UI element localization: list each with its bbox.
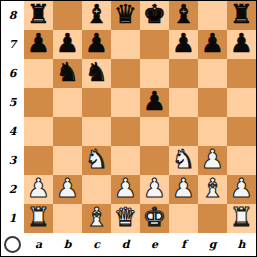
square-e3[interactable] [140, 146, 169, 175]
square-g6[interactable] [198, 59, 227, 88]
square-d7[interactable] [111, 30, 140, 59]
file-label-b: b [53, 233, 82, 256]
square-c5[interactable] [82, 88, 111, 117]
turn-indicator-cell [1, 233, 24, 256]
square-b6[interactable]: ♞ [53, 59, 82, 88]
square-g5[interactable] [198, 88, 227, 117]
square-g2[interactable]: ♝ [198, 175, 227, 204]
file-label-d: d [111, 233, 140, 256]
black-pawn-icon[interactable]: ♟ [56, 29, 79, 58]
square-g4[interactable] [198, 117, 227, 146]
white-to-move-circle-icon [4, 236, 21, 253]
white-rook-icon[interactable]: ♜ [230, 203, 253, 232]
black-pawn-icon[interactable]: ♟ [143, 87, 166, 116]
black-pawn-icon[interactable]: ♟ [27, 29, 50, 58]
file-label-f: f [169, 233, 198, 256]
file-label-c: c [82, 233, 111, 256]
square-a8[interactable]: ♜ [24, 1, 53, 30]
square-e5[interactable]: ♟ [140, 88, 169, 117]
file-label-h: h [227, 233, 256, 256]
black-pawn-icon[interactable]: ♟ [172, 29, 195, 58]
white-bishop-icon[interactable]: ♝ [85, 203, 108, 232]
chess-diagram: 8♜♝♛♚♝♜7♟♟♟♟♟♟6♞♞5♟43♞♞♟2♟♟♟♟♟♝♟1♜♝♛♚♜ab… [0, 0, 257, 257]
square-h3[interactable] [227, 146, 256, 175]
square-a4[interactable] [24, 117, 53, 146]
square-a2[interactable]: ♟ [24, 175, 53, 204]
white-pawn-icon[interactable]: ♟ [114, 174, 137, 203]
square-b2[interactable]: ♟ [53, 175, 82, 204]
square-g1[interactable] [198, 204, 227, 233]
white-knight-icon[interactable]: ♞ [172, 145, 195, 174]
black-knight-icon[interactable]: ♞ [56, 58, 79, 87]
square-f3[interactable]: ♞ [169, 146, 198, 175]
white-bishop-icon[interactable]: ♝ [201, 174, 224, 203]
square-a5[interactable] [24, 88, 53, 117]
square-f6[interactable] [169, 59, 198, 88]
square-c1[interactable]: ♝ [82, 204, 111, 233]
black-bishop-icon[interactable]: ♝ [85, 0, 108, 29]
file-label-e: e [140, 233, 169, 256]
square-h5[interactable] [227, 88, 256, 117]
white-pawn-icon[interactable]: ♟ [27, 174, 50, 203]
chess-board: 8♜♝♛♚♝♜7♟♟♟♟♟♟6♞♞5♟43♞♞♟2♟♟♟♟♟♝♟1♜♝♛♚♜ab… [1, 1, 256, 256]
rank-label-2: 2 [1, 175, 24, 204]
square-h1[interactable]: ♜ [227, 204, 256, 233]
square-c3[interactable]: ♞ [82, 146, 111, 175]
square-d4[interactable] [111, 117, 140, 146]
white-knight-icon[interactable]: ♞ [85, 145, 108, 174]
square-e7[interactable] [140, 30, 169, 59]
square-h4[interactable] [227, 117, 256, 146]
square-d2[interactable]: ♟ [111, 175, 140, 204]
square-b4[interactable] [53, 117, 82, 146]
square-e2[interactable]: ♟ [140, 175, 169, 204]
black-knight-icon[interactable]: ♞ [85, 58, 108, 87]
square-a3[interactable] [24, 146, 53, 175]
rank-label-8: 8 [1, 1, 24, 30]
rank-label-1: 1 [1, 204, 24, 233]
square-d3[interactable] [111, 146, 140, 175]
square-b8[interactable] [53, 1, 82, 30]
square-d1[interactable]: ♛ [111, 204, 140, 233]
square-f1[interactable] [169, 204, 198, 233]
square-e6[interactable] [140, 59, 169, 88]
square-h8[interactable]: ♜ [227, 1, 256, 30]
square-c7[interactable]: ♟ [82, 30, 111, 59]
square-b1[interactable] [53, 204, 82, 233]
rank-label-7: 7 [1, 30, 24, 59]
square-h7[interactable]: ♟ [227, 30, 256, 59]
square-c6[interactable]: ♞ [82, 59, 111, 88]
black-rook-icon[interactable]: ♜ [230, 0, 253, 29]
square-e1[interactable]: ♚ [140, 204, 169, 233]
square-g3[interactable]: ♟ [198, 146, 227, 175]
black-queen-icon[interactable]: ♛ [114, 0, 137, 29]
square-e8[interactable]: ♚ [140, 1, 169, 30]
file-label-g: g [198, 233, 227, 256]
white-queen-icon[interactable]: ♛ [114, 203, 137, 232]
white-pawn-icon[interactable]: ♟ [56, 174, 79, 203]
white-rook-icon[interactable]: ♜ [27, 203, 50, 232]
square-a1[interactable]: ♜ [24, 204, 53, 233]
black-pawn-icon[interactable]: ♟ [85, 29, 108, 58]
square-d6[interactable] [111, 59, 140, 88]
square-e4[interactable] [140, 117, 169, 146]
rank-label-3: 3 [1, 146, 24, 175]
square-b7[interactable]: ♟ [53, 30, 82, 59]
white-pawn-icon[interactable]: ♟ [172, 174, 195, 203]
white-pawn-icon[interactable]: ♟ [201, 145, 224, 174]
white-pawn-icon[interactable]: ♟ [230, 174, 253, 203]
rank-label-5: 5 [1, 88, 24, 117]
square-c8[interactable]: ♝ [82, 1, 111, 30]
square-f2[interactable]: ♟ [169, 175, 198, 204]
square-c2[interactable] [82, 175, 111, 204]
square-g7[interactable]: ♟ [198, 30, 227, 59]
white-king-icon[interactable]: ♚ [143, 203, 166, 232]
black-king-icon[interactable]: ♚ [143, 0, 166, 29]
square-f7[interactable]: ♟ [169, 30, 198, 59]
square-c4[interactable] [82, 117, 111, 146]
square-f5[interactable] [169, 88, 198, 117]
black-rook-icon[interactable]: ♜ [27, 0, 50, 29]
square-b5[interactable] [53, 88, 82, 117]
square-d5[interactable] [111, 88, 140, 117]
square-a7[interactable]: ♟ [24, 30, 53, 59]
square-h6[interactable] [227, 59, 256, 88]
square-d8[interactable]: ♛ [111, 1, 140, 30]
black-bishop-icon[interactable]: ♝ [172, 0, 195, 29]
square-f4[interactable] [169, 117, 198, 146]
rank-label-4: 4 [1, 117, 24, 146]
square-a6[interactable] [24, 59, 53, 88]
square-g8[interactable] [198, 1, 227, 30]
square-b3[interactable] [53, 146, 82, 175]
rank-label-6: 6 [1, 59, 24, 88]
white-pawn-icon[interactable]: ♟ [143, 174, 166, 203]
black-pawn-icon[interactable]: ♟ [230, 29, 253, 58]
square-f8[interactable]: ♝ [169, 1, 198, 30]
square-h2[interactable]: ♟ [227, 175, 256, 204]
file-label-a: a [24, 233, 53, 256]
black-pawn-icon[interactable]: ♟ [201, 29, 224, 58]
